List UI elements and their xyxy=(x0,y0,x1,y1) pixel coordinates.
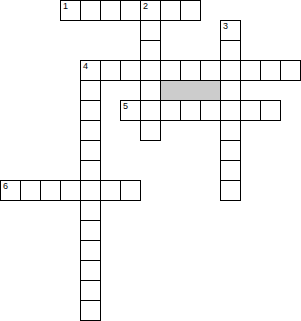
grid-cell-r5c4[interactable] xyxy=(80,100,101,121)
grid-cell-r0c4[interactable] xyxy=(80,0,101,21)
grid-cell-r3c5[interactable] xyxy=(100,60,121,81)
grid-cell-r13c4[interactable] xyxy=(80,260,101,281)
grid-cell-r9c6[interactable] xyxy=(120,180,141,201)
grid-cell-r3c13[interactable] xyxy=(260,60,281,81)
grid-cell-r5c11[interactable] xyxy=(220,100,241,121)
grid-cell-r6c4[interactable] xyxy=(80,120,101,141)
grid-cell-r2c11[interactable] xyxy=(220,40,241,61)
grid-cell-r9c2[interactable] xyxy=(40,180,61,201)
grid-cell-r8c4[interactable] xyxy=(80,160,101,181)
grid-cell-r5c13[interactable] xyxy=(260,100,281,121)
grid-cell-r5c10[interactable] xyxy=(200,100,221,121)
grid-cell-r9c1[interactable] xyxy=(20,180,41,201)
grid-cell-r14c4[interactable] xyxy=(80,280,101,301)
grid-cell-r1c11[interactable] xyxy=(220,20,241,41)
grid-cell-r3c14[interactable] xyxy=(280,60,301,81)
grid-cell-r3c12[interactable] xyxy=(240,60,261,81)
grid-cell-r1c7[interactable] xyxy=(140,20,161,41)
grid-cell-r9c5[interactable] xyxy=(100,180,121,201)
grid-cell-r4c11[interactable] xyxy=(220,80,241,101)
grid-cell-r0c9[interactable] xyxy=(180,0,201,21)
grid-cell-r3c6[interactable] xyxy=(120,60,141,81)
grid-cell-r15c4[interactable] xyxy=(80,300,101,321)
grid-cell-r3c11[interactable] xyxy=(220,60,241,81)
grid-cell-r9c11[interactable] xyxy=(220,180,241,201)
grid-cell-r0c3[interactable] xyxy=(60,0,81,21)
grid-cell-r4c4[interactable] xyxy=(80,80,101,101)
grid-cell-r5c9[interactable] xyxy=(180,100,201,121)
grid-cell-r10c4[interactable] xyxy=(80,200,101,221)
grid-cell-r11c4[interactable] xyxy=(80,220,101,241)
grid-cell-r3c7[interactable] xyxy=(140,60,161,81)
grid-cell-r0c7[interactable] xyxy=(140,0,161,21)
grid-cell-r9c0[interactable] xyxy=(0,180,21,201)
grid-cell-r2c7[interactable] xyxy=(140,40,161,61)
grid-cell-r5c7[interactable] xyxy=(140,100,161,121)
grid-cell-r3c4[interactable] xyxy=(80,60,101,81)
grid-cell-r9c3[interactable] xyxy=(60,180,81,201)
grid-cell-r5c8[interactable] xyxy=(160,100,181,121)
grid-cell-r12c4[interactable] xyxy=(80,240,101,261)
grid-cell-r7c4[interactable] xyxy=(80,140,101,161)
crossword-board: 123456 xyxy=(0,0,301,321)
grid-cell-r7c11[interactable] xyxy=(220,140,241,161)
grid-cell-r6c7[interactable] xyxy=(140,120,161,141)
grid-cell-r8c11[interactable] xyxy=(220,160,241,181)
grid-cell-r4c7[interactable] xyxy=(140,80,161,101)
gray-block xyxy=(160,80,221,101)
grid-cell-r3c9[interactable] xyxy=(180,60,201,81)
grid-cell-r5c6[interactable] xyxy=(120,100,141,121)
grid-cell-r9c4[interactable] xyxy=(80,180,101,201)
grid-cell-r3c8[interactable] xyxy=(160,60,181,81)
grid-cell-r5c12[interactable] xyxy=(240,100,261,121)
grid-cell-r3c10[interactable] xyxy=(200,60,221,81)
grid-cell-r0c8[interactable] xyxy=(160,0,181,21)
grid-cell-r0c5[interactable] xyxy=(100,0,121,21)
grid-cell-r6c11[interactable] xyxy=(220,120,241,141)
grid-cell-r0c6[interactable] xyxy=(120,0,141,21)
